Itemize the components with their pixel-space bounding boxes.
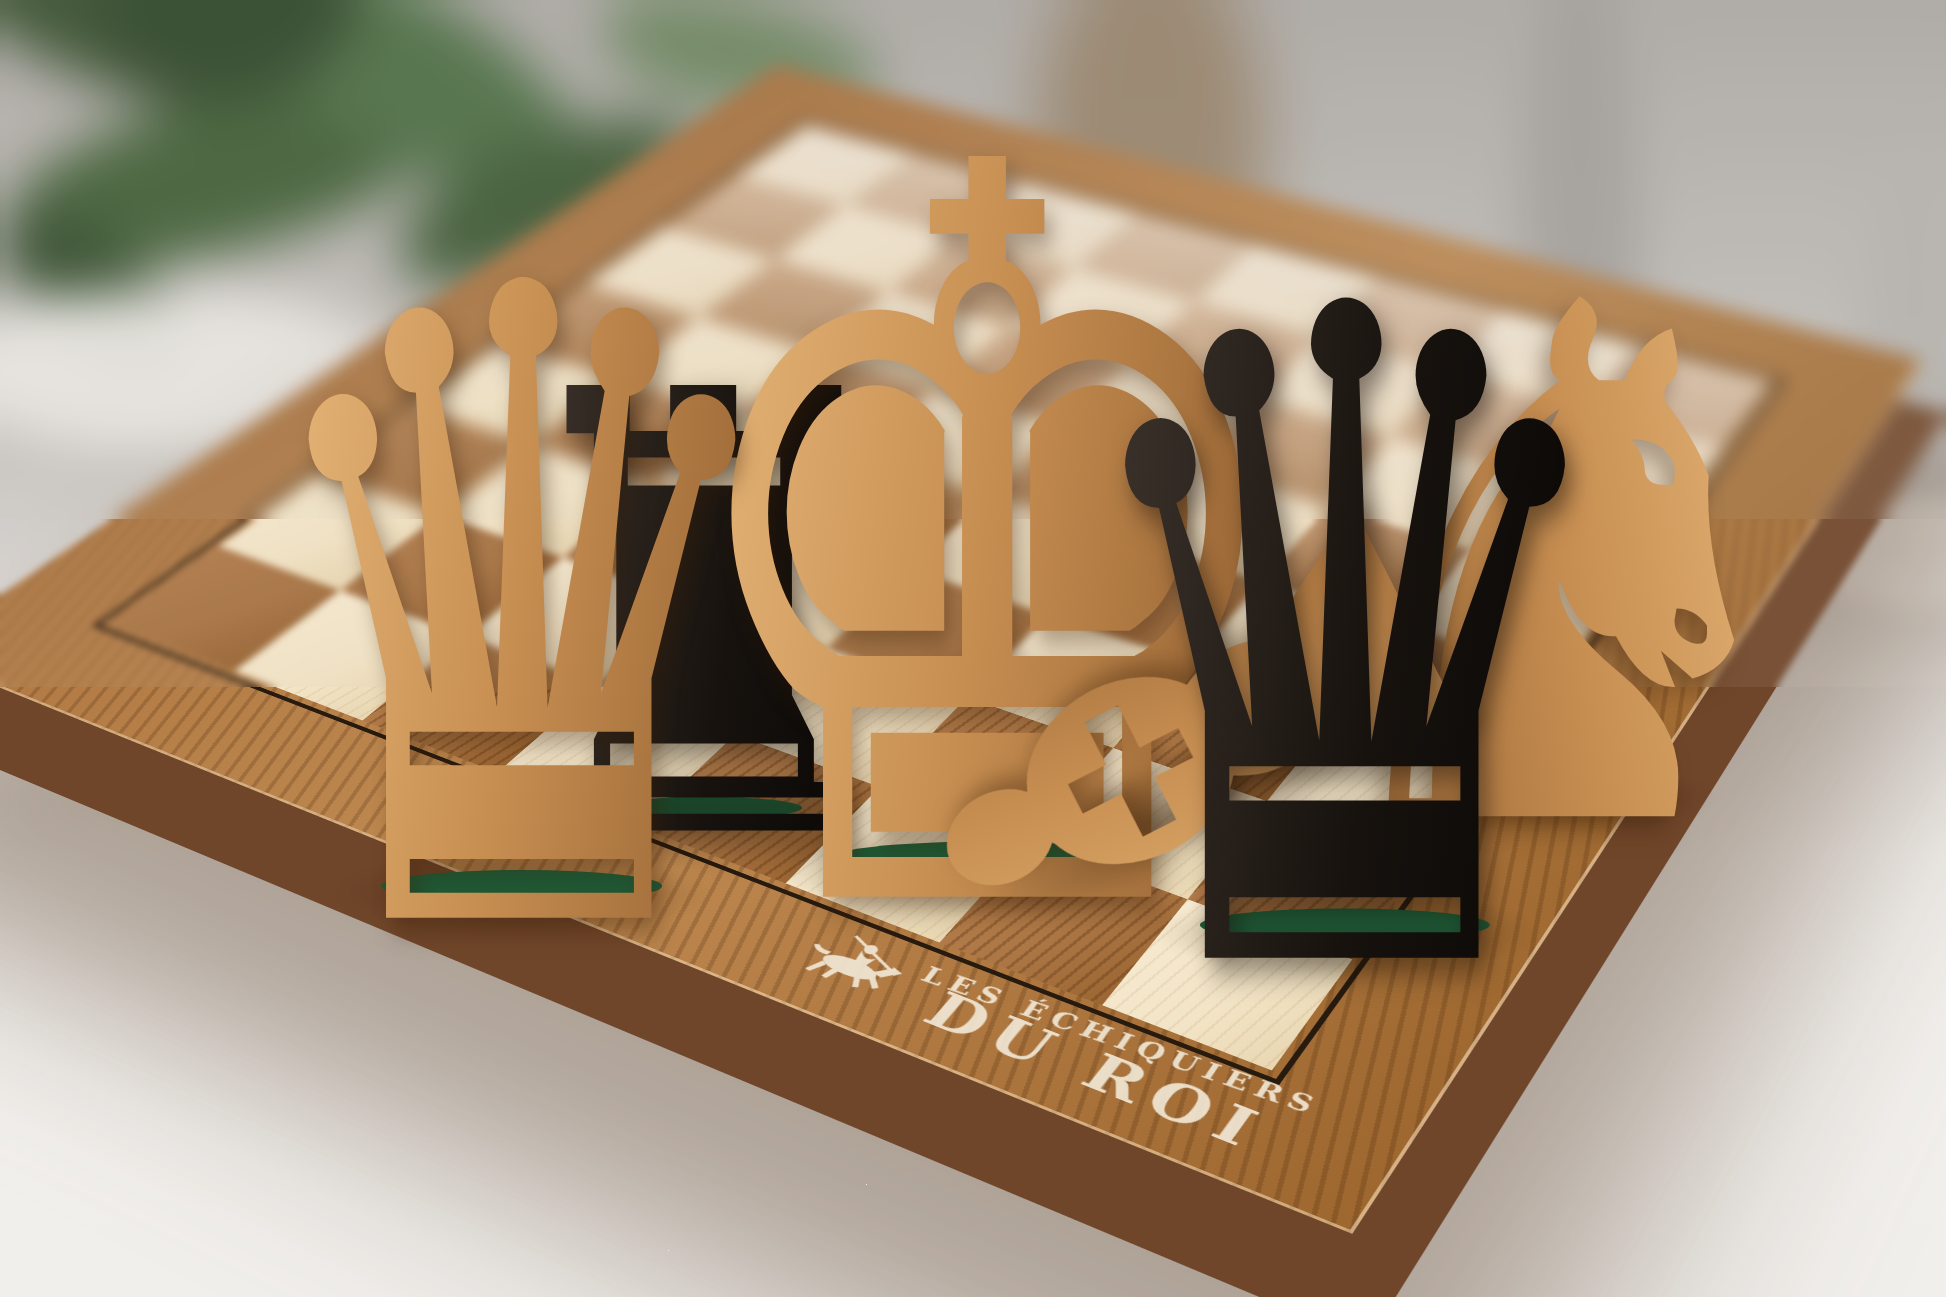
photo-stage: LES ÉCHIQUIERS DU ROI ♛♜♚♝♛♞	[0, 0, 1946, 1297]
pieces-layer: ♛♜♚♝♛♞	[0, 0, 1946, 1297]
white-queen-glyph: ♛	[238, 175, 804, 1052]
black-queen-glyph: ♛	[1053, 193, 1637, 1097]
